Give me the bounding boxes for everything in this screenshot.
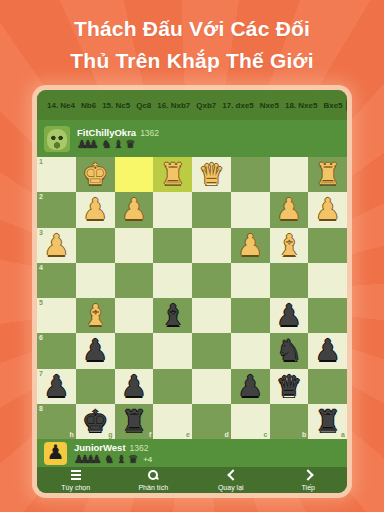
square-a3[interactable]: [308, 228, 347, 263]
move-list: 14. Ne4Nb615. Nc5Qc816. Nxb7Qxb717. dxe5…: [37, 90, 347, 120]
toolbar-label-3: Tiếp: [302, 484, 315, 491]
square-b4[interactable]: [270, 263, 309, 298]
black-pawn-g6: ♟: [76, 333, 115, 368]
square-a2[interactable]: ♟: [308, 192, 347, 227]
player-bottom-rating: 1362: [130, 443, 149, 453]
black-pawn-f7: ♟: [115, 369, 154, 404]
move-token-3[interactable]: Qc8: [133, 99, 154, 112]
promo-title-line2: Thủ Trên Khắp Thế Giới: [0, 45, 384, 77]
captured-queen-icon: ♛: [125, 139, 135, 150]
square-e4[interactable]: [153, 263, 192, 298]
square-a6[interactable]: ♟: [308, 333, 347, 368]
chess-board: 1♚♜♛♜2♟♟♟♟3♟♟♝45♝♝♟6♟♞♟7♟♟♟♛8hg♚f♜edcba♜: [37, 157, 347, 439]
square-a7[interactable]: [308, 369, 347, 404]
white-pawn-b2: ♟: [270, 192, 309, 227]
move-token-0[interactable]: 14. Ne4: [44, 99, 78, 112]
chevron-right-icon: [301, 469, 315, 481]
player-bottom-info: JuniorWest 1362 ♟♟♟♟♞♝♛+4: [74, 442, 152, 465]
square-e1[interactable]: ♜: [153, 157, 192, 192]
square-e5[interactable]: ♝: [153, 298, 192, 333]
file-label-f: f: [149, 431, 151, 438]
square-d8[interactable]: d: [192, 404, 231, 439]
square-h7[interactable]: 7♟: [37, 369, 76, 404]
toolbar-label-1: Phân tích: [138, 484, 168, 491]
square-f6[interactable]: [115, 333, 154, 368]
square-e7[interactable]: [153, 369, 192, 404]
square-b7[interactable]: ♛: [270, 369, 309, 404]
square-b5[interactable]: ♟: [270, 298, 309, 333]
square-d4[interactable]: [192, 263, 231, 298]
square-e8[interactable]: e: [153, 404, 192, 439]
square-d6[interactable]: [192, 333, 231, 368]
promo-title-line1: Thách Đấu Với Các Đối: [0, 13, 384, 45]
file-label-h: h: [69, 431, 73, 438]
material-score: +4: [143, 455, 152, 464]
captured-knight-icon: ♞: [102, 139, 112, 150]
player-top-name: FitChillyOkra: [77, 127, 136, 138]
square-c2[interactable]: [231, 192, 270, 227]
square-c3[interactable]: ♟: [231, 228, 270, 263]
square-e6[interactable]: [153, 333, 192, 368]
player-bottom-captured: ♟♟♟♟♞♝♛+4: [74, 454, 152, 465]
square-h2[interactable]: 2: [37, 192, 76, 227]
captured-knight-icon: ♞: [105, 454, 115, 465]
square-g4[interactable]: [76, 263, 115, 298]
black-rook-f8: ♜: [115, 404, 154, 439]
white-king-g1: ♚: [76, 157, 115, 192]
square-h5[interactable]: 5: [37, 298, 76, 333]
player-bottom-name: JuniorWest: [74, 442, 126, 453]
white-pawn-a2: ♟: [308, 192, 347, 227]
square-a5[interactable]: [308, 298, 347, 333]
square-f4[interactable]: [115, 263, 154, 298]
file-label-g: g: [108, 431, 112, 438]
square-g5[interactable]: ♝: [76, 298, 115, 333]
rank-label-5: 5: [39, 299, 43, 306]
toolbar-button-1[interactable]: Phân tích: [115, 467, 193, 493]
move-token-6[interactable]: 17. dxe5: [219, 99, 257, 112]
game-toolbar: Tùy chọnPhân tíchQuay lạiTiếp: [37, 467, 347, 493]
file-label-e: e: [186, 431, 190, 438]
white-bishop-g5: ♝: [76, 298, 115, 333]
white-rook-e1: ♜: [153, 157, 192, 192]
move-token-2[interactable]: 15. Nc5: [99, 99, 133, 112]
player-bottom: JuniorWest 1362 ♟♟♟♟♞♝♛+4: [37, 439, 347, 467]
black-knight-b6: ♞: [270, 333, 309, 368]
file-label-d: d: [224, 431, 228, 438]
black-pawn-a6: ♟: [308, 333, 347, 368]
toolbar-button-0[interactable]: Tùy chọn: [37, 467, 115, 493]
white-rook-a1: ♜: [308, 157, 347, 192]
square-d7[interactable]: [192, 369, 231, 404]
square-h4[interactable]: 4: [37, 263, 76, 298]
square-c8[interactable]: c: [231, 404, 270, 439]
square-e2[interactable]: [153, 192, 192, 227]
rank-label-6: 6: [39, 334, 43, 341]
square-a8[interactable]: a♜: [308, 404, 347, 439]
square-g6[interactable]: ♟: [76, 333, 115, 368]
rank-label-2: 2: [39, 193, 43, 200]
black-queen-b7: ♛: [270, 369, 309, 404]
square-c6[interactable]: [231, 333, 270, 368]
rank-label-7: 7: [39, 370, 43, 377]
player-top-captured: ♟♟♟♞♝♛: [77, 139, 159, 150]
black-pawn-b5: ♟: [270, 298, 309, 333]
app-promo-screen: Thách Đấu Với Các Đối Thủ Trên Khắp Thế …: [0, 0, 384, 512]
toolbar-label-0: Tùy chọn: [61, 484, 90, 491]
move-token-5[interactable]: Qxb7: [193, 99, 219, 112]
captured-pawn-icon: ♟: [92, 454, 102, 465]
square-d5[interactable]: [192, 298, 231, 333]
white-pawn-g2: ♟: [76, 192, 115, 227]
toolbar-button-2[interactable]: Quay lại: [192, 467, 270, 493]
file-label-b: b: [302, 431, 306, 438]
square-g1[interactable]: ♚: [76, 157, 115, 192]
square-h3[interactable]: 3♟: [37, 228, 76, 263]
square-c5[interactable]: [231, 298, 270, 333]
square-f1[interactable]: [115, 157, 154, 192]
square-f8[interactable]: f♜: [115, 404, 154, 439]
square-f3[interactable]: [115, 228, 154, 263]
captured-bishop-icon: ♝: [116, 454, 126, 465]
square-f7[interactable]: ♟: [115, 369, 154, 404]
square-g2[interactable]: ♟: [76, 192, 115, 227]
rank-label-1: 1: [39, 158, 43, 165]
player-top: FitChillyOkra 1362 ♟♟♟♞♝♛: [37, 120, 347, 157]
square-a4[interactable]: [308, 263, 347, 298]
square-d1[interactable]: ♛: [192, 157, 231, 192]
move-token-1[interactable]: Nb6: [78, 99, 99, 112]
black-pawn-c7: ♟: [231, 369, 270, 404]
rank-label-8: 8: [39, 405, 43, 412]
square-h1[interactable]: 1: [37, 157, 76, 192]
move-token-9[interactable]: Bxe5: [320, 99, 345, 112]
player-top-rating: 1362: [140, 128, 159, 138]
white-queen-d1: ♛: [192, 157, 231, 192]
square-g8[interactable]: g♚: [76, 404, 115, 439]
toolbar-button-3[interactable]: Tiếp: [270, 467, 348, 493]
player-top-info: FitChillyOkra 1362 ♟♟♟♞♝♛: [77, 127, 159, 150]
search-icon: [146, 469, 160, 481]
square-g7[interactable]: [76, 369, 115, 404]
square-h8[interactable]: 8h: [37, 404, 76, 439]
captured-pawn-icon: ♟: [89, 139, 99, 150]
file-label-c: c: [264, 431, 268, 438]
white-pawn-f2: ♟: [115, 192, 154, 227]
move-token-7[interactable]: Nxe5: [257, 99, 282, 112]
square-b8[interactable]: b: [270, 404, 309, 439]
move-token-8[interactable]: 18. Nxe5: [282, 99, 320, 112]
square-b2[interactable]: ♟: [270, 192, 309, 227]
captured-queen-icon: ♛: [128, 454, 138, 465]
square-c4[interactable]: [231, 263, 270, 298]
move-token-4[interactable]: 16. Nxb7: [154, 99, 193, 112]
chevron-left-icon: [224, 469, 238, 481]
square-c1[interactable]: [231, 157, 270, 192]
square-f5[interactable]: [115, 298, 154, 333]
square-e3[interactable]: [153, 228, 192, 263]
toolbar-label-2: Quay lại: [218, 484, 244, 491]
square-d3[interactable]: [192, 228, 231, 263]
rank-label-4: 4: [39, 264, 43, 271]
captured-bishop-icon: ♝: [114, 139, 124, 150]
game-panel: 14. Ne4Nb615. Nc5Qc816. Nxb7Qxb717. dxe5…: [37, 90, 347, 493]
promo-title: Thách Đấu Với Các Đối Thủ Trên Khắp Thế …: [0, 13, 384, 77]
square-d2[interactable]: [192, 192, 231, 227]
file-label-a: a: [341, 431, 345, 438]
square-b3[interactable]: ♝: [270, 228, 309, 263]
square-h6[interactable]: 6: [37, 333, 76, 368]
menu-icon: [69, 469, 83, 481]
black-bishop-e5: ♝: [153, 298, 192, 333]
square-b1[interactable]: [270, 157, 309, 192]
square-c7[interactable]: ♟: [231, 369, 270, 404]
square-b6[interactable]: ♞: [270, 333, 309, 368]
white-bishop-b3: ♝: [270, 228, 309, 263]
square-a1[interactable]: ♜: [308, 157, 347, 192]
square-f2[interactable]: ♟: [115, 192, 154, 227]
square-g3[interactable]: [76, 228, 115, 263]
player-bottom-avatar: [44, 442, 67, 465]
move-token-10[interactable]: 19. Re1: [346, 99, 347, 112]
player-top-avatar: [44, 126, 70, 152]
rank-label-3: 3: [39, 229, 43, 236]
white-pawn-c3: ♟: [231, 228, 270, 263]
